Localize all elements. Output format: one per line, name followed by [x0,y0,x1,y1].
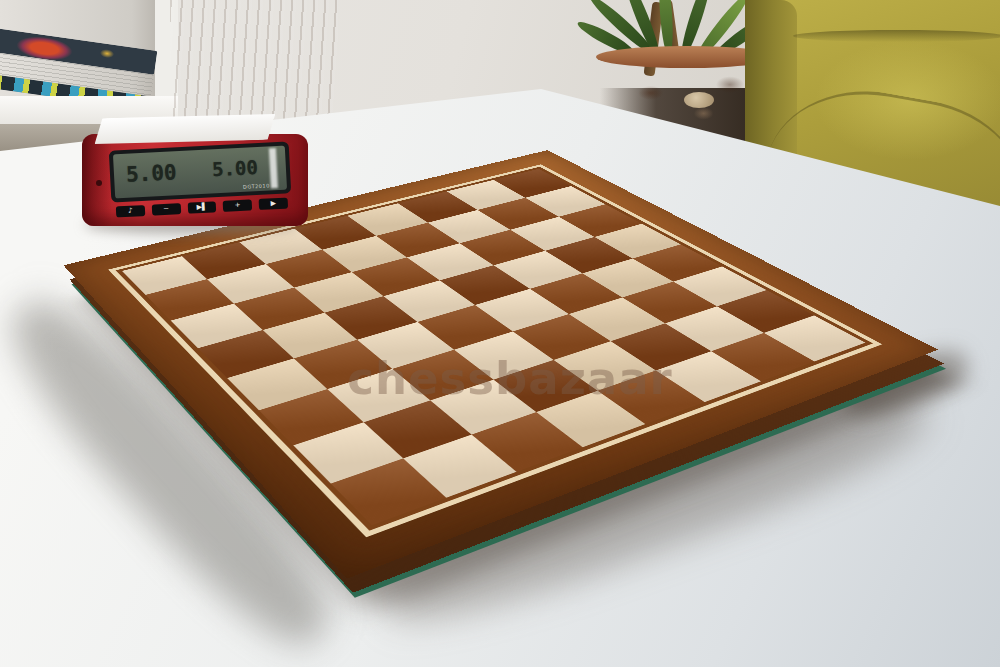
clock-brand-label: DGT2010 [243,182,270,189]
scene: chessbazaar 5.00 5.00 DGT2010 ♪−▶▌+▶ [0,0,1000,667]
play-pause-button-icon: ▶▌ [187,201,216,213]
clock-speaker-hole [96,180,102,186]
left-player-time: 5.00 [125,160,177,187]
clock-lcd: 5.00 5.00 DGT2010 [113,146,287,199]
bookshelf-opening [0,0,155,96]
right-player-time: 5.00 [212,156,259,180]
minus-button-icon: − [152,203,181,215]
clock-display: 5.00 5.00 DGT2010 [109,141,291,202]
sound-button-icon: ♪ [116,205,145,217]
lcd-reflection [269,148,278,188]
watermark-text: chessbazaar [338,352,682,405]
plus-button-icon: + [223,199,252,211]
next-button-icon: ▶ [259,198,288,210]
pebble [684,92,714,108]
chess-clock: 5.00 5.00 DGT2010 ♪−▶▌+▶ [80,106,312,230]
